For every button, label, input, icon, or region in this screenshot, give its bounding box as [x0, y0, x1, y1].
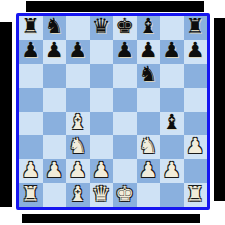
square-d3[interactable] [90, 135, 114, 159]
white-knight-f3[interactable]: ♞ [139, 136, 158, 157]
square-h4[interactable] [184, 112, 208, 136]
square-h6[interactable] [184, 64, 208, 88]
square-h2[interactable] [184, 159, 208, 183]
square-f5[interactable] [137, 88, 161, 112]
black-pawn-a7[interactable]: ♟ [21, 40, 40, 61]
black-pawn-g7[interactable]: ♟ [162, 40, 181, 61]
square-a5[interactable] [19, 88, 43, 112]
square-b6[interactable] [43, 64, 67, 88]
square-f8[interactable]: ♝ [137, 16, 161, 40]
square-a8[interactable]: ♜ [19, 16, 43, 40]
black-king-e8[interactable]: ♚ [115, 16, 134, 37]
square-d4[interactable] [90, 112, 114, 136]
square-b7[interactable]: ♟ [43, 40, 67, 64]
square-a3[interactable] [19, 135, 43, 159]
square-g7[interactable]: ♟ [160, 40, 184, 64]
white-king-e1[interactable]: ♚ [115, 184, 134, 205]
square-e5[interactable] [113, 88, 137, 112]
black-pawn-h7[interactable]: ♟ [186, 40, 205, 61]
square-f6[interactable]: ♞ [137, 64, 161, 88]
white-pawn-c2[interactable]: ♟ [68, 160, 87, 181]
square-d1[interactable]: ♛ [90, 183, 114, 207]
square-g5[interactable] [160, 88, 184, 112]
square-e8[interactable]: ♚ [113, 16, 137, 40]
square-d7[interactable] [90, 40, 114, 64]
black-rook-a8[interactable]: ♜ [21, 16, 40, 37]
square-f2[interactable]: ♟ [137, 159, 161, 183]
black-rook-h8[interactable]: ♜ [186, 16, 205, 37]
black-pawn-e7[interactable]: ♟ [115, 40, 134, 61]
square-h3[interactable]: ♟ [184, 135, 208, 159]
square-g4[interactable]: ♝ [160, 112, 184, 136]
square-c5[interactable] [66, 88, 90, 112]
white-pawn-f2[interactable]: ♟ [139, 160, 158, 181]
square-e3[interactable] [113, 135, 137, 159]
square-e6[interactable] [113, 64, 137, 88]
square-h5[interactable] [184, 88, 208, 112]
black-queen-d8[interactable]: ♛ [92, 16, 111, 37]
chess-app-window: { "game": "chess", "position": { "fen": … [0, 0, 225, 225]
square-d2[interactable]: ♟ [90, 159, 114, 183]
square-d6[interactable] [90, 64, 114, 88]
square-h8[interactable]: ♜ [184, 16, 208, 40]
square-g6[interactable] [160, 64, 184, 88]
square-f4[interactable] [137, 112, 161, 136]
square-d5[interactable] [90, 88, 114, 112]
chess-board[interactable]: ♜♞♛♚♝♜♟♟♟♟♟♟♟♞♝♝♞♞♟♟♟♟♟♟♟♜♝♛♚♜ [16, 13, 210, 210]
white-pawn-g2[interactable]: ♟ [162, 160, 181, 181]
square-a2[interactable]: ♟ [19, 159, 43, 183]
frame-shadow-left [0, 22, 12, 207]
square-a6[interactable] [19, 64, 43, 88]
square-e1[interactable]: ♚ [113, 183, 137, 207]
black-bishop-g4[interactable]: ♝ [162, 112, 181, 133]
square-c7[interactable]: ♟ [66, 40, 90, 64]
white-bishop-c4[interactable]: ♝ [68, 112, 87, 133]
black-knight-f6[interactable]: ♞ [139, 64, 158, 85]
square-g1[interactable] [160, 183, 184, 207]
square-f1[interactable] [137, 183, 161, 207]
white-rook-a1[interactable]: ♜ [21, 184, 40, 205]
frame-shadow-top [26, 1, 204, 12]
square-c3[interactable]: ♞ [66, 135, 90, 159]
white-pawn-d2[interactable]: ♟ [92, 160, 111, 181]
white-pawn-b2[interactable]: ♟ [45, 160, 64, 181]
square-b3[interactable] [43, 135, 67, 159]
square-c2[interactable]: ♟ [66, 159, 90, 183]
square-b1[interactable] [43, 183, 67, 207]
white-pawn-a2[interactable]: ♟ [21, 160, 40, 181]
white-knight-c3[interactable]: ♞ [68, 136, 87, 157]
square-h1[interactable]: ♜ [184, 183, 208, 207]
square-d8[interactable]: ♛ [90, 16, 114, 40]
square-g2[interactable]: ♟ [160, 159, 184, 183]
black-knight-b8[interactable]: ♞ [45, 16, 64, 37]
white-rook-h1[interactable]: ♜ [186, 184, 205, 205]
square-c8[interactable] [66, 16, 90, 40]
square-g3[interactable] [160, 135, 184, 159]
square-a7[interactable]: ♟ [19, 40, 43, 64]
frame-shadow-bottom [22, 214, 200, 223]
square-a4[interactable] [19, 112, 43, 136]
black-pawn-f7[interactable]: ♟ [139, 40, 158, 61]
square-b5[interactable] [43, 88, 67, 112]
square-h7[interactable]: ♟ [184, 40, 208, 64]
square-g8[interactable] [160, 16, 184, 40]
square-f7[interactable]: ♟ [137, 40, 161, 64]
square-b2[interactable]: ♟ [43, 159, 67, 183]
white-queen-d1[interactable]: ♛ [92, 184, 111, 205]
black-pawn-c7[interactable]: ♟ [68, 40, 87, 61]
square-a1[interactable]: ♜ [19, 183, 43, 207]
square-c6[interactable] [66, 64, 90, 88]
frame-shadow-right [214, 18, 225, 201]
square-c1[interactable]: ♝ [66, 183, 90, 207]
white-pawn-h3[interactable]: ♟ [186, 136, 205, 157]
square-e7[interactable]: ♟ [113, 40, 137, 64]
square-b4[interactable] [43, 112, 67, 136]
white-bishop-c1[interactable]: ♝ [68, 184, 87, 205]
square-e2[interactable] [113, 159, 137, 183]
square-f3[interactable]: ♞ [137, 135, 161, 159]
black-bishop-f8[interactable]: ♝ [139, 16, 158, 37]
square-b8[interactable]: ♞ [43, 16, 67, 40]
black-pawn-b7[interactable]: ♟ [45, 40, 64, 61]
square-e4[interactable] [113, 112, 137, 136]
square-c4[interactable]: ♝ [66, 112, 90, 136]
